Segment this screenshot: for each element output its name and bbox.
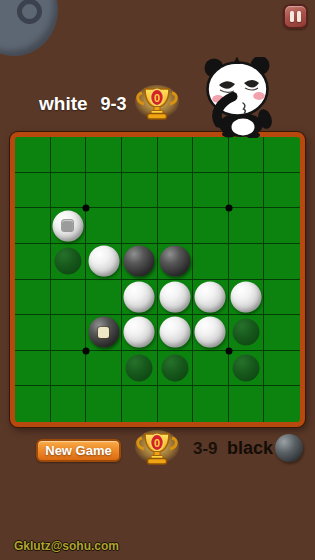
legal-move-hint[interactable] [54,248,81,275]
cell-f2[interactable] [193,173,229,209]
cell-h1[interactable] [264,137,300,173]
cell-c5[interactable] [86,280,122,316]
black-score-text: 3-9 [193,439,218,459]
cell-d3[interactable] [122,208,158,244]
white-stone [159,317,190,348]
cell-b4[interactable] [51,244,87,280]
cell-e5[interactable] [158,280,194,316]
white-stone [159,281,190,312]
watermark-text: Gklutz@sohu.com [14,539,119,553]
cell-e8[interactable] [158,386,194,422]
trophy-count: 0 [154,92,160,104]
pause-button[interactable] [283,4,308,29]
legal-move-hint[interactable] [233,319,260,346]
cell-b1[interactable] [51,137,87,173]
cell-h3[interactable] [264,208,300,244]
cell-g2[interactable] [229,173,265,209]
game-screen: white 9-3 0 [0,0,315,560]
black-stone [159,246,190,277]
cell-a2[interactable] [15,173,51,209]
cell-d8[interactable] [122,386,158,422]
new-game-label: New Game [45,443,111,458]
black-stone [88,317,119,348]
cell-e3[interactable] [158,208,194,244]
cell-b6[interactable] [51,315,87,351]
legal-move-hint[interactable] [233,355,260,382]
cell-a7[interactable] [15,351,51,387]
black-player-label: black [227,438,273,459]
cell-e4[interactable] [158,244,194,280]
white-score-text: 9-3 [101,94,127,115]
cell-d6[interactable] [122,315,158,351]
cell-e6[interactable] [158,315,194,351]
white-player-label: white [39,93,88,115]
trophy-icon: 0 [134,430,180,468]
cell-a8[interactable] [15,386,51,422]
last-move-marker [98,327,109,338]
cell-e2[interactable] [158,173,194,209]
cell-f3[interactable] [193,208,229,244]
cell-d2[interactable] [122,173,158,209]
cell-d4[interactable] [122,244,158,280]
cell-b8[interactable] [51,386,87,422]
cell-e7[interactable] [158,351,194,387]
pause-icon [290,11,294,22]
cell-f7[interactable] [193,351,229,387]
cell-g3[interactable] [229,208,265,244]
cell-b2[interactable] [51,173,87,209]
white-stone [88,246,119,277]
trophy-icon: 0 [134,85,180,123]
cell-c7[interactable] [86,351,122,387]
white-stone [52,210,83,241]
white-stone [124,281,155,312]
cell-a4[interactable] [15,244,51,280]
cell-c1[interactable] [86,137,122,173]
cell-h5[interactable] [264,280,300,316]
last-move-marker [62,220,73,231]
cell-h6[interactable] [264,315,300,351]
cell-e1[interactable] [158,137,194,173]
cell-g6[interactable] [229,315,265,351]
white-stone [195,281,226,312]
cell-f6[interactable] [193,315,229,351]
cell-b5[interactable] [51,280,87,316]
black-stone [124,246,155,277]
cell-a1[interactable] [15,137,51,173]
legal-move-hint[interactable] [126,355,153,382]
cell-g5[interactable] [229,280,265,316]
cell-g7[interactable] [229,351,265,387]
cell-h4[interactable] [264,244,300,280]
cell-b7[interactable] [51,351,87,387]
cell-f8[interactable] [193,386,229,422]
cell-a6[interactable] [15,315,51,351]
cell-c8[interactable] [86,386,122,422]
cell-f1[interactable] [193,137,229,173]
new-game-button[interactable]: New Game [36,439,121,462]
white-stone [195,317,226,348]
panda-mascot [199,57,284,138]
white-score-row: white 9-3 [39,88,127,120]
cell-a5[interactable] [15,280,51,316]
pause-icon [297,11,301,22]
black-stone-ball [275,434,303,462]
cell-f5[interactable] [193,280,229,316]
cell-d1[interactable] [122,137,158,173]
cell-c4[interactable] [86,244,122,280]
cell-c2[interactable] [86,173,122,209]
cell-g4[interactable] [229,244,265,280]
legal-move-hint[interactable] [161,355,188,382]
cell-h8[interactable] [264,386,300,422]
reversi-board[interactable] [10,132,305,427]
cell-c3[interactable] [86,208,122,244]
white-stone [124,317,155,348]
cell-d5[interactable] [122,280,158,316]
cell-d7[interactable] [122,351,158,387]
cell-f4[interactable] [193,244,229,280]
corner-ring-icon[interactable] [17,0,42,24]
trophy-count: 0 [154,437,160,449]
cell-g1[interactable] [229,137,265,173]
cell-g8[interactable] [229,386,265,422]
board-grid [15,137,300,422]
cell-b3[interactable] [51,208,87,244]
cell-a3[interactable] [15,208,51,244]
cell-c6[interactable] [86,315,122,351]
cell-h2[interactable] [264,173,300,209]
white-stone [231,281,262,312]
cell-h7[interactable] [264,351,300,387]
